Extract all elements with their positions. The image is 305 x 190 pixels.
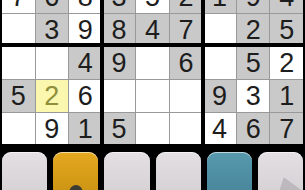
cell-digit: 8 bbox=[78, 0, 93, 11]
cell-digit: 7 bbox=[11, 0, 26, 11]
cell-digit: 9 bbox=[212, 83, 227, 110]
cell-r1c1[interactable]: 3 bbox=[36, 14, 69, 46]
cell-r1c2[interactable]: 9 bbox=[69, 14, 102, 46]
cell-digit: 8 bbox=[111, 17, 126, 44]
cell-digit: 3 bbox=[111, 0, 126, 11]
cell-digit: 5 bbox=[111, 116, 126, 143]
number-keypad: 123456 bbox=[0, 152, 305, 190]
cell-digit: 9 bbox=[246, 0, 261, 11]
keypad-key-digit: 4 bbox=[156, 188, 201, 190]
cell-r2c1[interactable] bbox=[36, 47, 69, 79]
cell-r0c0[interactable]: 7 bbox=[2, 0, 35, 13]
keypad-key-digit: 1 bbox=[2, 188, 47, 190]
cell-r4c8[interactable]: 7 bbox=[270, 113, 303, 145]
box-divider-horizontal bbox=[0, 43, 305, 47]
cell-r4c2[interactable]: 1 bbox=[69, 113, 102, 145]
keypad-key-5[interactable]: 5 bbox=[207, 152, 252, 190]
sudoku-grid: 768352194398472549652526931915467 bbox=[2, 0, 303, 145]
cell-r3c5[interactable] bbox=[170, 80, 203, 112]
keypad-key-digit: 5 bbox=[207, 188, 252, 190]
cell-r3c4[interactable] bbox=[136, 80, 169, 112]
cell-digit: 4 bbox=[145, 17, 160, 44]
cell-digit: 5 bbox=[145, 0, 160, 11]
cell-r3c1[interactable]: 2 bbox=[36, 80, 69, 112]
board-frame-bottom bbox=[0, 144, 305, 148]
keypad-key-1[interactable]: 1 bbox=[2, 152, 47, 190]
cell-r2c4[interactable] bbox=[136, 47, 169, 79]
cell-r3c0[interactable]: 5 bbox=[2, 80, 35, 112]
cell-r0c2[interactable]: 8 bbox=[69, 0, 102, 13]
cell-digit: 1 bbox=[212, 0, 227, 11]
cell-r2c7[interactable]: 5 bbox=[237, 47, 270, 79]
cell-digit: 9 bbox=[111, 50, 126, 77]
cell-r3c3[interactable] bbox=[103, 80, 136, 112]
cell-digit: 6 bbox=[78, 83, 93, 110]
cell-digit: 7 bbox=[279, 116, 294, 143]
keypad-key-2[interactable]: 2 bbox=[53, 152, 98, 190]
cell-r3c7[interactable]: 3 bbox=[237, 80, 270, 112]
cell-digit: 9 bbox=[44, 116, 59, 143]
cell-digit: 2 bbox=[44, 83, 59, 110]
cell-r0c1[interactable]: 6 bbox=[36, 0, 69, 13]
cell-r4c7[interactable]: 6 bbox=[237, 113, 270, 145]
cell-digit: 2 bbox=[246, 17, 261, 44]
cell-digit: 5 bbox=[279, 17, 294, 44]
cell-r4c5[interactable] bbox=[170, 113, 203, 145]
cell-r0c3[interactable]: 3 bbox=[103, 0, 136, 13]
cell-r4c0[interactable] bbox=[2, 113, 35, 145]
cell-r0c6[interactable]: 1 bbox=[203, 0, 236, 13]
cell-r0c5[interactable]: 2 bbox=[170, 0, 203, 13]
cell-digit: 3 bbox=[44, 17, 59, 44]
cell-r0c7[interactable]: 9 bbox=[237, 0, 270, 13]
cell-digit: 1 bbox=[78, 116, 93, 143]
cell-digit: 2 bbox=[179, 0, 194, 11]
cell-r3c6[interactable]: 9 bbox=[203, 80, 236, 112]
cell-r2c0[interactable] bbox=[2, 47, 35, 79]
cell-digit: 4 bbox=[212, 116, 227, 143]
cell-r3c8[interactable]: 1 bbox=[270, 80, 303, 112]
keypad-key-digit: 3 bbox=[104, 188, 149, 190]
cell-r4c4[interactable] bbox=[136, 113, 169, 145]
cell-digit: 4 bbox=[78, 50, 93, 77]
box-divider-vertical-2 bbox=[201, 0, 205, 148]
board-frame-right bbox=[303, 0, 305, 148]
cell-r0c4[interactable]: 5 bbox=[136, 0, 169, 13]
cell-digit: 9 bbox=[78, 17, 93, 44]
cell-r2c3[interactable]: 9 bbox=[103, 47, 136, 79]
cell-r1c5[interactable]: 7 bbox=[170, 14, 203, 46]
selected-key-digit-top-icon bbox=[69, 185, 82, 190]
cell-r4c3[interactable]: 5 bbox=[103, 113, 136, 145]
cell-digit: 1 bbox=[279, 83, 294, 110]
cell-digit: 4 bbox=[279, 0, 294, 11]
cell-r2c6[interactable] bbox=[203, 47, 236, 79]
sudoku-app-screen: { "game": "sudoku", "position": "7683521… bbox=[0, 0, 305, 190]
cell-digit: 6 bbox=[179, 50, 194, 77]
cell-r2c2[interactable]: 4 bbox=[69, 47, 102, 79]
sudoku-board: 768352194398472549652526931915467 bbox=[0, 0, 305, 148]
cell-r0c8[interactable]: 4 bbox=[270, 0, 303, 13]
cell-digit: 6 bbox=[44, 0, 59, 11]
cell-r4c6[interactable]: 4 bbox=[203, 113, 236, 145]
cell-digit: 5 bbox=[246, 50, 261, 77]
cell-digit: 7 bbox=[179, 17, 194, 44]
keypad-key-3[interactable]: 3 bbox=[104, 152, 149, 190]
cell-r1c4[interactable]: 4 bbox=[136, 14, 169, 46]
cell-digit: 6 bbox=[246, 116, 261, 143]
cell-r1c6[interactable] bbox=[203, 14, 236, 46]
keypad-key-4[interactable]: 4 bbox=[156, 152, 201, 190]
cell-r4c1[interactable]: 9 bbox=[36, 113, 69, 145]
box-divider-vertical-1 bbox=[100, 0, 104, 148]
cell-r1c0[interactable] bbox=[2, 14, 35, 46]
cell-r2c5[interactable]: 6 bbox=[170, 47, 203, 79]
cell-r3c2[interactable]: 6 bbox=[69, 80, 102, 112]
keypad-key-6[interactable]: 6 bbox=[258, 152, 303, 190]
board-frame-left bbox=[0, 0, 2, 148]
cell-digit: 5 bbox=[11, 83, 26, 110]
cell-r1c7[interactable]: 2 bbox=[237, 14, 270, 46]
cell-digit: 2 bbox=[279, 50, 294, 77]
cell-r2c8[interactable]: 2 bbox=[270, 47, 303, 79]
cell-r1c3[interactable]: 8 bbox=[103, 14, 136, 46]
cell-digit: 3 bbox=[246, 83, 261, 110]
cell-r1c8[interactable]: 5 bbox=[270, 14, 303, 46]
